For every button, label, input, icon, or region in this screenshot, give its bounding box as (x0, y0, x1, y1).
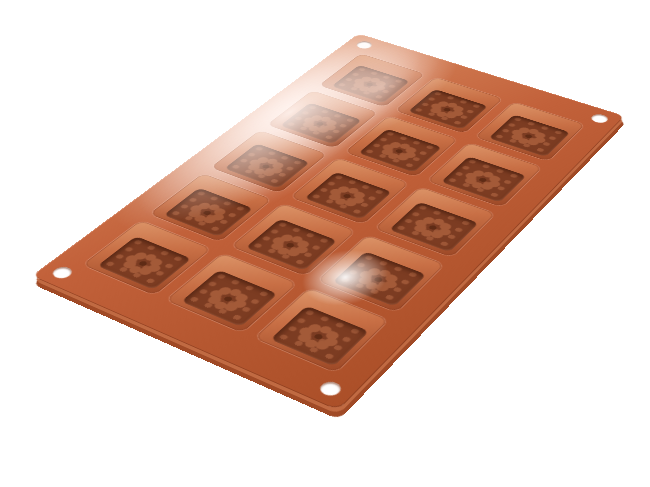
product-photo-stage (0, 0, 650, 487)
daisy-relief-pattern (245, 219, 337, 271)
cavity-floor (304, 172, 392, 220)
cavity-floor (270, 306, 369, 367)
daisy-relief-pattern (332, 251, 426, 306)
cavity-floor (224, 143, 310, 188)
silicone-mould-plate (31, 33, 624, 410)
cavity-floor (163, 188, 253, 237)
daisy-relief-pattern (358, 129, 442, 173)
cavity-floor (331, 65, 409, 103)
cavity-floor (408, 89, 488, 129)
cavity-floor (181, 270, 278, 327)
daisy-relief-pattern (163, 188, 253, 237)
cavity-floor (245, 219, 337, 271)
daisy-relief-pattern (181, 270, 278, 327)
cavity-grid (31, 33, 624, 410)
daisy-relief-pattern (441, 156, 527, 202)
daisy-relief-pattern (488, 115, 570, 157)
daisy-relief-pattern (408, 89, 488, 129)
cavity-floor (488, 115, 570, 157)
daisy-relief-pattern (331, 65, 409, 103)
cavity-floor (441, 156, 527, 202)
cavity-floor (389, 202, 479, 252)
daisy-relief-pattern (389, 202, 479, 252)
cavity-floor (97, 236, 191, 290)
daisy-relief-pattern (270, 306, 369, 367)
cavity-floor (280, 103, 362, 144)
daisy-relief-pattern (280, 103, 362, 144)
daisy-relief-pattern (97, 236, 191, 290)
cavity-floor (358, 129, 442, 173)
daisy-relief-pattern (304, 172, 392, 220)
cavity-floor (332, 251, 426, 306)
daisy-relief-pattern (224, 143, 310, 188)
